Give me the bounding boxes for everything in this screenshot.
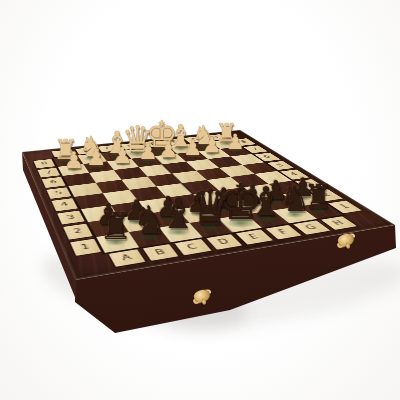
file-label-front-B: B (142, 244, 178, 261)
file-label-front-A: A (109, 249, 145, 266)
rank-label-left-3: 3 (57, 210, 85, 224)
light-pawn-f2[interactable]: ♟ (182, 137, 203, 158)
rank-label-left-2: 2 (63, 224, 92, 240)
light-pawn-e2[interactable]: ♟ (158, 139, 180, 161)
light-pawn-h2[interactable]: ♟ (225, 132, 246, 153)
dark-rook-a8[interactable]: ♜ (97, 208, 134, 245)
rank-label-left-5: 5 (46, 187, 71, 199)
light-pawn-c2[interactable]: ♟ (111, 144, 133, 166)
rank-label-left-7: 7 (37, 168, 60, 178)
file-label-front-C: C (174, 239, 210, 255)
rank-label-left-4: 4 (51, 198, 77, 211)
dark-knight-b8[interactable]: ♞ (131, 202, 169, 240)
light-pawn-a2[interactable]: ♟ (62, 149, 85, 172)
light-pawn-g2[interactable]: ♟ (202, 134, 223, 155)
product-photo-stage: ABCDEFGH ABCDEFGH 87654321 87654321 ♜♞♝♚… (0, 0, 400, 400)
rank-label-left-6: 6 (42, 177, 66, 188)
light-pawn-b2[interactable]: ♟ (85, 146, 107, 168)
light-pawn-d2[interactable]: ♟ (137, 141, 159, 163)
